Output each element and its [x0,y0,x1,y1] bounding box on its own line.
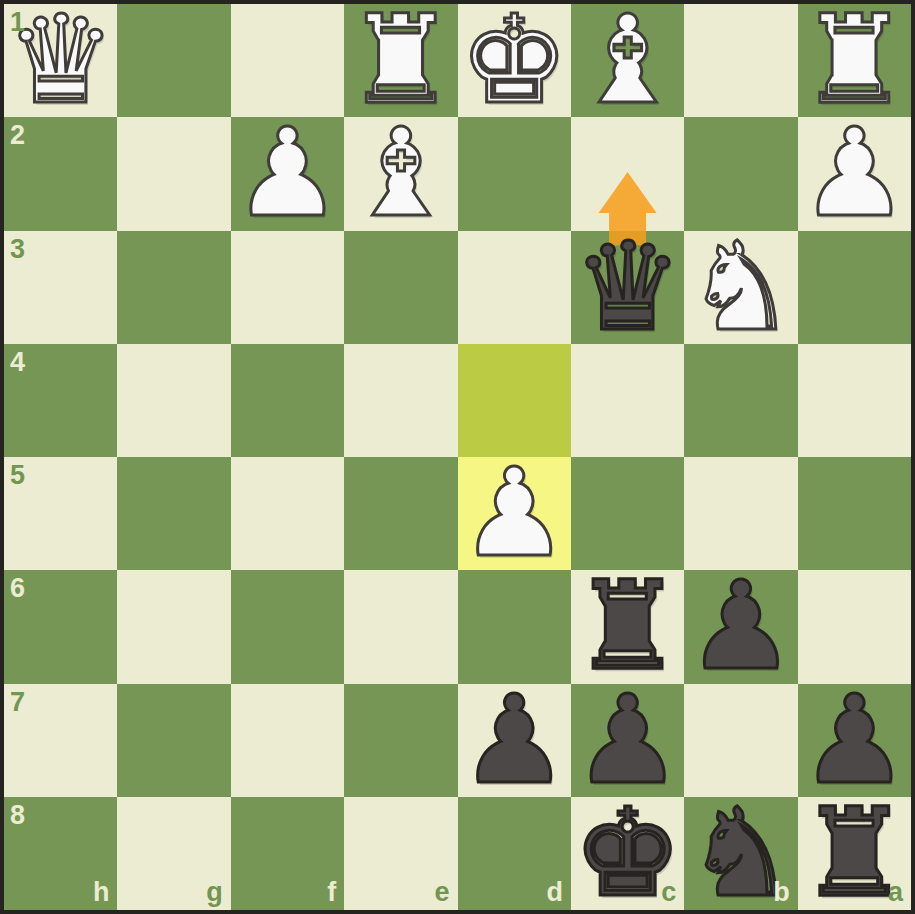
rank-label-8: 8 [10,800,25,831]
rank-label-7: 7 [10,687,25,718]
square-f4[interactable] [231,344,344,457]
square-g5[interactable] [117,457,230,570]
rank-label-3: 3 [10,234,25,265]
square-f8[interactable]: f [231,797,344,910]
square-d7[interactable]: ♟ [458,684,571,797]
file-label-g: g [206,877,223,908]
square-g4[interactable] [117,344,230,457]
square-b3[interactable]: ♞ [684,231,797,344]
white-bishop[interactable]: ♝ [344,117,457,230]
black-rook[interactable]: ♜ [571,570,684,683]
square-a5[interactable] [798,457,911,570]
square-f2[interactable]: ♟ [231,117,344,230]
black-king[interactable]: ♚ [571,797,684,910]
white-bishop[interactable]: ♝ [571,4,684,117]
rank-label-6: 6 [10,573,25,604]
square-c5[interactable] [571,457,684,570]
square-c2[interactable] [571,117,684,230]
square-d8[interactable]: d [458,797,571,910]
square-e3[interactable] [344,231,457,344]
chess-board-frame: 1♛♜♚♝♜2♟♝♟3♛♞45♟6♜♟7♟♟♟8hgfedc♚b♞a♜ [0,0,915,914]
square-d3[interactable] [458,231,571,344]
square-c4[interactable] [571,344,684,457]
square-e8[interactable]: e [344,797,457,910]
square-a8[interactable]: a♜ [798,797,911,910]
square-h5[interactable]: 5 [4,457,117,570]
square-b5[interactable] [684,457,797,570]
square-a1[interactable]: ♜ [798,4,911,117]
square-h6[interactable]: 6 [4,570,117,683]
square-c3[interactable]: ♛ [571,231,684,344]
square-e5[interactable] [344,457,457,570]
square-b7[interactable] [684,684,797,797]
square-f5[interactable] [231,457,344,570]
black-pawn[interactable]: ♟ [458,684,571,797]
square-b2[interactable] [684,117,797,230]
square-f1[interactable] [231,4,344,117]
square-f7[interactable] [231,684,344,797]
square-d1[interactable]: ♚ [458,4,571,117]
square-h3[interactable]: 3 [4,231,117,344]
rank-label-5: 5 [10,460,25,491]
square-c6[interactable]: ♜ [571,570,684,683]
black-pawn[interactable]: ♟ [684,570,797,683]
black-rook[interactable]: ♜ [798,797,911,910]
square-e6[interactable] [344,570,457,683]
white-queen[interactable]: ♛ [4,4,117,117]
square-h4[interactable]: 4 [4,344,117,457]
square-d6[interactable] [458,570,571,683]
square-b8[interactable]: b♞ [684,797,797,910]
file-label-h: h [93,877,110,908]
white-rook[interactable]: ♜ [344,4,457,117]
white-knight[interactable]: ♞ [684,231,797,344]
square-b4[interactable] [684,344,797,457]
black-pawn[interactable]: ♟ [798,684,911,797]
square-f6[interactable] [231,570,344,683]
square-a3[interactable] [798,231,911,344]
chess-board: 1♛♜♚♝♜2♟♝♟3♛♞45♟6♜♟7♟♟♟8hgfedc♚b♞a♜ [4,4,911,910]
square-b6[interactable]: ♟ [684,570,797,683]
square-h2[interactable]: 2 [4,117,117,230]
white-pawn[interactable]: ♟ [231,117,344,230]
white-king[interactable]: ♚ [458,4,571,117]
square-a2[interactable]: ♟ [798,117,911,230]
square-g3[interactable] [117,231,230,344]
square-d2[interactable] [458,117,571,230]
square-d4[interactable] [458,344,571,457]
square-h1[interactable]: 1♛ [4,4,117,117]
square-e1[interactable]: ♜ [344,4,457,117]
file-label-f: f [327,877,336,908]
rank-label-4: 4 [10,347,25,378]
square-g2[interactable] [117,117,230,230]
file-label-e: e [434,877,449,908]
white-pawn[interactable]: ♟ [798,117,911,230]
white-rook[interactable]: ♜ [798,4,911,117]
square-h8[interactable]: 8h [4,797,117,910]
square-c1[interactable]: ♝ [571,4,684,117]
square-g1[interactable] [117,4,230,117]
square-e7[interactable] [344,684,457,797]
square-g7[interactable] [117,684,230,797]
square-d5[interactable]: ♟ [458,457,571,570]
square-g8[interactable]: g [117,797,230,910]
white-pawn[interactable]: ♟ [458,457,571,570]
square-c8[interactable]: c♚ [571,797,684,910]
square-h7[interactable]: 7 [4,684,117,797]
square-a7[interactable]: ♟ [798,684,911,797]
square-f3[interactable] [231,231,344,344]
square-e2[interactable]: ♝ [344,117,457,230]
square-b1[interactable] [684,4,797,117]
square-a6[interactable] [798,570,911,683]
square-c7[interactable]: ♟ [571,684,684,797]
square-a4[interactable] [798,344,911,457]
square-g6[interactable] [117,570,230,683]
black-queen[interactable]: ♛ [571,231,684,344]
square-e4[interactable] [344,344,457,457]
black-knight[interactable]: ♞ [684,797,797,910]
black-pawn[interactable]: ♟ [571,684,684,797]
file-label-d: d [546,877,563,908]
